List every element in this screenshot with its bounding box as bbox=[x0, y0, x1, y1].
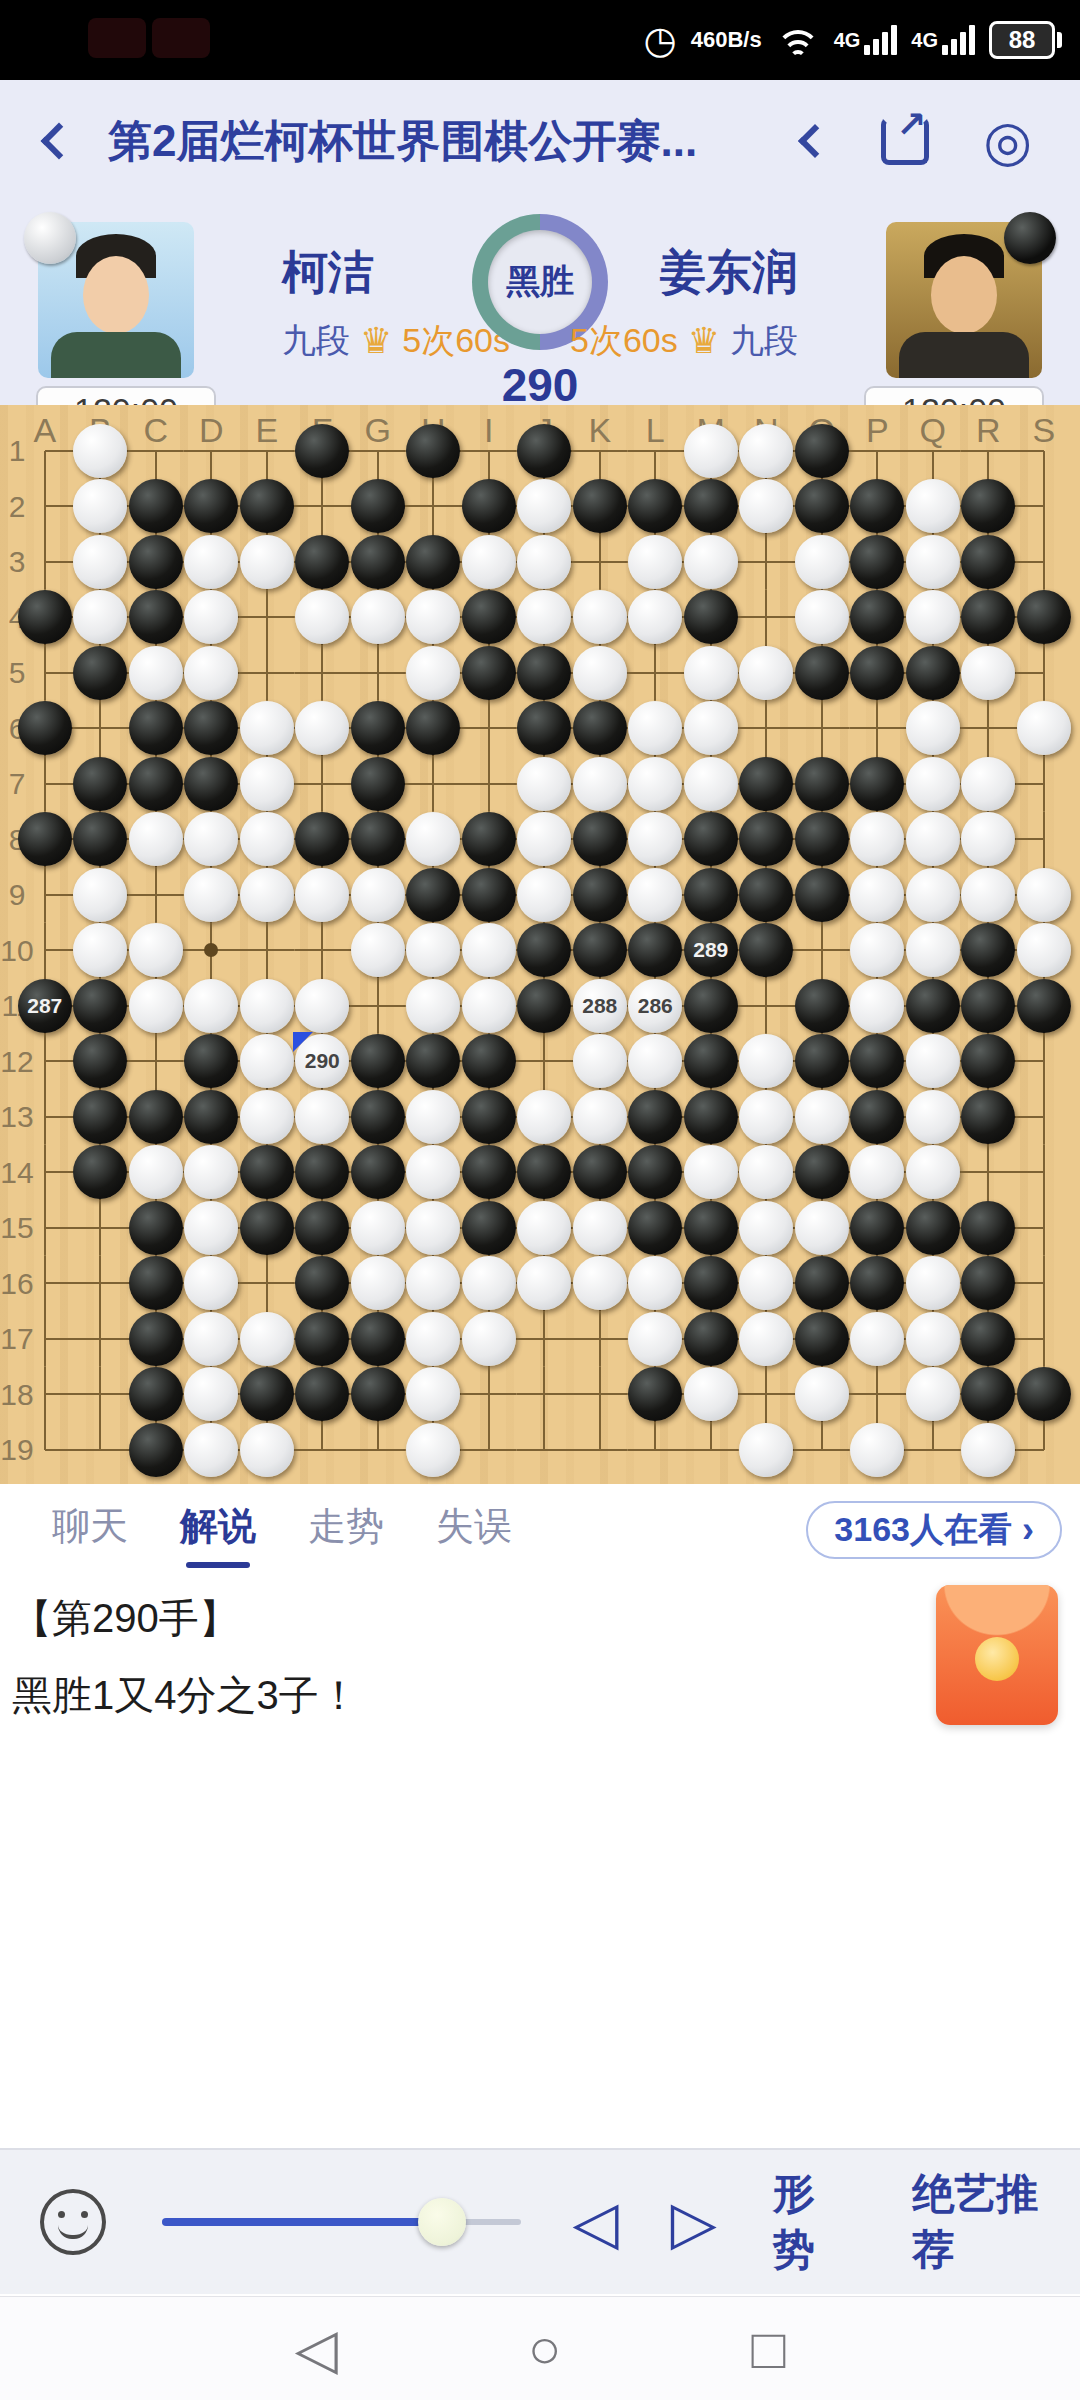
board-cell-B3[interactable] bbox=[73, 534, 129, 590]
board-cell-E7[interactable] bbox=[239, 756, 295, 812]
board-cell-J15[interactable] bbox=[517, 1200, 573, 1256]
board-cell-F9[interactable] bbox=[295, 867, 351, 923]
board-cell-J13[interactable] bbox=[517, 1089, 573, 1145]
board-cell-C18[interactable] bbox=[128, 1367, 184, 1423]
board-cell-E1[interactable] bbox=[239, 423, 295, 479]
ai-recommend-button[interactable]: 绝艺推荐 bbox=[913, 2166, 1080, 2278]
board-cell-S2[interactable] bbox=[1016, 479, 1072, 535]
board-cell-A8[interactable] bbox=[17, 812, 73, 868]
board-cell-B5[interactable] bbox=[73, 645, 129, 701]
board-cell-K10[interactable] bbox=[572, 923, 628, 979]
board-cell-G4[interactable] bbox=[350, 590, 406, 646]
board-cell-B19[interactable] bbox=[73, 1422, 129, 1478]
board-cell-D16[interactable] bbox=[184, 1256, 240, 1312]
board-cell-O9[interactable] bbox=[794, 867, 850, 923]
board-cell-E6[interactable] bbox=[239, 701, 295, 757]
board-cell-G5[interactable] bbox=[350, 645, 406, 701]
board-cell-Q2[interactable] bbox=[905, 479, 961, 535]
board-cell-I15[interactable] bbox=[461, 1200, 517, 1256]
board-cell-N13[interactable] bbox=[739, 1089, 795, 1145]
board-cell-N6[interactable] bbox=[739, 701, 795, 757]
board-cell-Q10[interactable] bbox=[905, 923, 961, 979]
board-cell-L9[interactable] bbox=[628, 867, 684, 923]
board-cell-K16[interactable] bbox=[572, 1256, 628, 1312]
board-cell-D17[interactable] bbox=[184, 1311, 240, 1367]
board-cell-A2[interactable] bbox=[17, 479, 73, 535]
board-cell-Q18[interactable] bbox=[905, 1367, 961, 1423]
board-cell-I6[interactable] bbox=[461, 701, 517, 757]
board-cell-G3[interactable] bbox=[350, 534, 406, 590]
board-cell-C7[interactable] bbox=[128, 756, 184, 812]
board-cell-S15[interactable] bbox=[1016, 1200, 1072, 1256]
board-cell-J8[interactable] bbox=[517, 812, 573, 868]
board-cell-A18[interactable] bbox=[17, 1367, 73, 1423]
board-cell-N2[interactable] bbox=[739, 479, 795, 535]
board-cell-H1[interactable] bbox=[406, 423, 462, 479]
board-cell-E4[interactable] bbox=[239, 590, 295, 646]
board-cell-G10[interactable] bbox=[350, 923, 406, 979]
board-cell-K18[interactable] bbox=[572, 1367, 628, 1423]
board-cell-O18[interactable] bbox=[794, 1367, 850, 1423]
board-cell-D13[interactable] bbox=[184, 1089, 240, 1145]
board-cell-B18[interactable] bbox=[73, 1367, 129, 1423]
nav-home-button[interactable]: ○ bbox=[528, 2316, 562, 2381]
board-cell-M14[interactable] bbox=[683, 1145, 739, 1201]
board-cell-S16[interactable] bbox=[1016, 1256, 1072, 1312]
board-cell-I11[interactable] bbox=[461, 978, 517, 1034]
board-cell-G7[interactable] bbox=[350, 756, 406, 812]
board-cell-E12[interactable] bbox=[239, 1034, 295, 1090]
board-cell-I9[interactable] bbox=[461, 867, 517, 923]
board-cell-O14[interactable] bbox=[794, 1145, 850, 1201]
board-cell-K6[interactable] bbox=[572, 701, 628, 757]
board-cell-I19[interactable] bbox=[461, 1422, 517, 1478]
board-cell-F6[interactable] bbox=[295, 701, 351, 757]
board-cell-B17[interactable] bbox=[73, 1311, 129, 1367]
nav-back-button[interactable]: ◁ bbox=[295, 2316, 338, 2381]
board-cell-A1[interactable] bbox=[17, 423, 73, 479]
board-cell-L7[interactable] bbox=[628, 756, 684, 812]
tab-trend[interactable]: 走势 bbox=[308, 1501, 384, 1560]
board-cell-M8[interactable] bbox=[683, 812, 739, 868]
board-cell-P14[interactable] bbox=[850, 1145, 906, 1201]
board-cell-E19[interactable] bbox=[239, 1422, 295, 1478]
board-cell-M12[interactable] bbox=[683, 1034, 739, 1090]
board-cell-A14[interactable] bbox=[17, 1145, 73, 1201]
board-cell-O4[interactable] bbox=[794, 590, 850, 646]
board-cell-M6[interactable] bbox=[683, 701, 739, 757]
board-cell-K3[interactable] bbox=[572, 534, 628, 590]
board-cell-G18[interactable] bbox=[350, 1367, 406, 1423]
board-cell-F3[interactable] bbox=[295, 534, 351, 590]
board-cell-E15[interactable] bbox=[239, 1200, 295, 1256]
board-cell-I14[interactable] bbox=[461, 1145, 517, 1201]
board-cell-C5[interactable] bbox=[128, 645, 184, 701]
tab-mistakes[interactable]: 失误 bbox=[436, 1501, 512, 1560]
board-cell-P19[interactable] bbox=[850, 1422, 906, 1478]
board-cell-Q3[interactable] bbox=[905, 534, 961, 590]
board-cell-M17[interactable] bbox=[683, 1311, 739, 1367]
board-cell-F14[interactable] bbox=[295, 1145, 351, 1201]
board-cell-H18[interactable] bbox=[406, 1367, 462, 1423]
board-cell-L14[interactable] bbox=[628, 1145, 684, 1201]
board-cell-E9[interactable] bbox=[239, 867, 295, 923]
board-cell-K8[interactable] bbox=[572, 812, 628, 868]
board-cell-Q11[interactable] bbox=[905, 978, 961, 1034]
board-cell-C11[interactable] bbox=[128, 978, 184, 1034]
board-cell-J5[interactable] bbox=[517, 645, 573, 701]
board-cell-L5[interactable] bbox=[628, 645, 684, 701]
board-cell-R11[interactable] bbox=[961, 978, 1017, 1034]
board-cell-Q12[interactable] bbox=[905, 1034, 961, 1090]
board-cell-H3[interactable] bbox=[406, 534, 462, 590]
board-cell-D9[interactable] bbox=[184, 867, 240, 923]
board-cell-R15[interactable] bbox=[961, 1200, 1017, 1256]
board-cell-K15[interactable] bbox=[572, 1200, 628, 1256]
board-cell-J14[interactable] bbox=[517, 1145, 573, 1201]
board-cell-J1[interactable] bbox=[517, 423, 573, 479]
board-cell-H9[interactable] bbox=[406, 867, 462, 923]
board-cell-Q13[interactable] bbox=[905, 1089, 961, 1145]
board-cell-N8[interactable] bbox=[739, 812, 795, 868]
board-cell-K12[interactable] bbox=[572, 1034, 628, 1090]
board-cell-K13[interactable] bbox=[572, 1089, 628, 1145]
board-cell-I7[interactable] bbox=[461, 756, 517, 812]
board-cell-L4[interactable] bbox=[628, 590, 684, 646]
board-cell-F15[interactable] bbox=[295, 1200, 351, 1256]
board-cell-G19[interactable] bbox=[350, 1422, 406, 1478]
board-cell-A13[interactable] bbox=[17, 1089, 73, 1145]
board-cell-H10[interactable] bbox=[406, 923, 462, 979]
slider-knob[interactable] bbox=[418, 2198, 466, 2246]
board-cell-O10[interactable] bbox=[794, 923, 850, 979]
board-cell-C4[interactable] bbox=[128, 590, 184, 646]
board-cell-N15[interactable] bbox=[739, 1200, 795, 1256]
board-cell-I8[interactable] bbox=[461, 812, 517, 868]
board-cell-S1[interactable] bbox=[1016, 423, 1072, 479]
board-cell-G14[interactable] bbox=[350, 1145, 406, 1201]
board-cell-R5[interactable] bbox=[961, 645, 1017, 701]
board-cell-O15[interactable] bbox=[794, 1200, 850, 1256]
board-cell-D1[interactable] bbox=[184, 423, 240, 479]
board-cell-R19[interactable] bbox=[961, 1422, 1017, 1478]
board-cell-O8[interactable] bbox=[794, 812, 850, 868]
board-cell-P7[interactable] bbox=[850, 756, 906, 812]
board-cell-A19[interactable] bbox=[17, 1422, 73, 1478]
board-cell-N14[interactable] bbox=[739, 1145, 795, 1201]
board-cell-O2[interactable] bbox=[794, 479, 850, 535]
board-cell-L15[interactable] bbox=[628, 1200, 684, 1256]
board-cell-H12[interactable] bbox=[406, 1034, 462, 1090]
board-cell-L17[interactable] bbox=[628, 1311, 684, 1367]
board-cell-P10[interactable] bbox=[850, 923, 906, 979]
board-cell-A7[interactable] bbox=[17, 756, 73, 812]
board-cell-I17[interactable] bbox=[461, 1311, 517, 1367]
board-cell-S18[interactable] bbox=[1016, 1367, 1072, 1423]
board-cell-J10[interactable] bbox=[517, 923, 573, 979]
board-cell-E5[interactable] bbox=[239, 645, 295, 701]
board-cell-S10[interactable] bbox=[1016, 923, 1072, 979]
board-cell-Q14[interactable] bbox=[905, 1145, 961, 1201]
board-cell-M1[interactable] bbox=[683, 423, 739, 479]
board-cell-I5[interactable] bbox=[461, 645, 517, 701]
board-cell-M19[interactable] bbox=[683, 1422, 739, 1478]
board-cell-K19[interactable] bbox=[572, 1422, 628, 1478]
board-cell-O1[interactable] bbox=[794, 423, 850, 479]
board-cell-N16[interactable] bbox=[739, 1256, 795, 1312]
board-cell-F4[interactable] bbox=[295, 590, 351, 646]
board-cell-Q4[interactable] bbox=[905, 590, 961, 646]
board-cell-B8[interactable] bbox=[73, 812, 129, 868]
board-cell-N3[interactable] bbox=[739, 534, 795, 590]
tab-chat[interactable]: 聊天 bbox=[52, 1501, 128, 1560]
board-cell-C19[interactable] bbox=[128, 1422, 184, 1478]
board-cell-F16[interactable] bbox=[295, 1256, 351, 1312]
move-slider[interactable] bbox=[162, 2199, 521, 2245]
board-cell-L13[interactable] bbox=[628, 1089, 684, 1145]
board-cell-G2[interactable] bbox=[350, 479, 406, 535]
situation-button[interactable]: 形势 bbox=[773, 2166, 857, 2278]
board-cell-Q7[interactable] bbox=[905, 756, 961, 812]
board-cell-E11[interactable] bbox=[239, 978, 295, 1034]
board-cell-M7[interactable] bbox=[683, 756, 739, 812]
board-cell-Q9[interactable] bbox=[905, 867, 961, 923]
board-cell-A6[interactable] bbox=[17, 701, 73, 757]
board-cell-D2[interactable] bbox=[184, 479, 240, 535]
board-cell-C15[interactable] bbox=[128, 1200, 184, 1256]
next-move-button[interactable]: ▷ bbox=[671, 2187, 717, 2257]
board-cell-L8[interactable] bbox=[628, 812, 684, 868]
board-cell-O17[interactable] bbox=[794, 1311, 850, 1367]
emoji-icon[interactable] bbox=[40, 2189, 106, 2255]
board-cell-F2[interactable] bbox=[295, 479, 351, 535]
board-cell-R9[interactable] bbox=[961, 867, 1017, 923]
board-cell-N7[interactable] bbox=[739, 756, 795, 812]
board-cell-P13[interactable] bbox=[850, 1089, 906, 1145]
board-cell-M3[interactable] bbox=[683, 534, 739, 590]
board-cell-B1[interactable] bbox=[73, 423, 129, 479]
viewers-pill[interactable]: 3163人在看› bbox=[806, 1501, 1062, 1559]
board-cell-O3[interactable] bbox=[794, 534, 850, 590]
board-cell-S7[interactable] bbox=[1016, 756, 1072, 812]
board-cell-P8[interactable] bbox=[850, 812, 906, 868]
board-cell-B7[interactable] bbox=[73, 756, 129, 812]
board-cell-G16[interactable] bbox=[350, 1256, 406, 1312]
board-cell-R6[interactable] bbox=[961, 701, 1017, 757]
board-cell-B10[interactable] bbox=[73, 923, 129, 979]
board-cell-E2[interactable] bbox=[239, 479, 295, 535]
board-cell-G9[interactable] bbox=[350, 867, 406, 923]
board-cell-K11[interactable]: 288 bbox=[572, 978, 628, 1034]
board-cell-A11[interactable]: 287 bbox=[17, 978, 73, 1034]
board-cell-A3[interactable] bbox=[17, 534, 73, 590]
board-cell-H16[interactable] bbox=[406, 1256, 462, 1312]
board-cell-S14[interactable] bbox=[1016, 1145, 1072, 1201]
board-cell-G17[interactable] bbox=[350, 1311, 406, 1367]
board-cell-P2[interactable] bbox=[850, 479, 906, 535]
board-cell-S11[interactable] bbox=[1016, 978, 1072, 1034]
board-cell-F7[interactable] bbox=[295, 756, 351, 812]
board-cell-P17[interactable] bbox=[850, 1311, 906, 1367]
board-cell-E8[interactable] bbox=[239, 812, 295, 868]
board-cell-S17[interactable] bbox=[1016, 1311, 1072, 1367]
board-cell-N10[interactable] bbox=[739, 923, 795, 979]
board-cell-G12[interactable] bbox=[350, 1034, 406, 1090]
board-cell-R7[interactable] bbox=[961, 756, 1017, 812]
board-cell-G15[interactable] bbox=[350, 1200, 406, 1256]
board-cell-R4[interactable] bbox=[961, 590, 1017, 646]
red-envelope-icon[interactable] bbox=[936, 1585, 1058, 1725]
board-cell-I2[interactable] bbox=[461, 479, 517, 535]
board-cell-B15[interactable] bbox=[73, 1200, 129, 1256]
board-cell-Q1[interactable] bbox=[905, 423, 961, 479]
board-cell-P9[interactable] bbox=[850, 867, 906, 923]
board-cell-Q8[interactable] bbox=[905, 812, 961, 868]
board-cell-S12[interactable] bbox=[1016, 1034, 1072, 1090]
board-cell-E13[interactable] bbox=[239, 1089, 295, 1145]
board-cell-R3[interactable] bbox=[961, 534, 1017, 590]
board-cell-J17[interactable] bbox=[517, 1311, 573, 1367]
board-cell-N11[interactable] bbox=[739, 978, 795, 1034]
board-cell-S5[interactable] bbox=[1016, 645, 1072, 701]
board-cell-J18[interactable] bbox=[517, 1367, 573, 1423]
board-cell-J16[interactable] bbox=[517, 1256, 573, 1312]
board-cell-F13[interactable] bbox=[295, 1089, 351, 1145]
board-cell-M16[interactable] bbox=[683, 1256, 739, 1312]
board-cell-K7[interactable] bbox=[572, 756, 628, 812]
board-cell-D8[interactable] bbox=[184, 812, 240, 868]
board-cell-G11[interactable] bbox=[350, 978, 406, 1034]
board-cell-S4[interactable] bbox=[1016, 590, 1072, 646]
board-cell-N19[interactable] bbox=[739, 1422, 795, 1478]
board-cell-C2[interactable] bbox=[128, 479, 184, 535]
board-cell-H11[interactable] bbox=[406, 978, 462, 1034]
board-cell-C6[interactable] bbox=[128, 701, 184, 757]
board-cell-R8[interactable] bbox=[961, 812, 1017, 868]
board-cell-J3[interactable] bbox=[517, 534, 573, 590]
board-cell-A10[interactable] bbox=[17, 923, 73, 979]
board-cell-C13[interactable] bbox=[128, 1089, 184, 1145]
board-cell-M11[interactable] bbox=[683, 978, 739, 1034]
share-icon[interactable]: ↗ bbox=[881, 117, 929, 165]
collapse-icon[interactable] bbox=[798, 124, 832, 158]
board-cell-J4[interactable] bbox=[517, 590, 573, 646]
back-icon[interactable] bbox=[41, 123, 78, 160]
board-cell-S8[interactable] bbox=[1016, 812, 1072, 868]
board-cell-J11[interactable] bbox=[517, 978, 573, 1034]
board-cell-P11[interactable] bbox=[850, 978, 906, 1034]
board-cell-H15[interactable] bbox=[406, 1200, 462, 1256]
board-cell-A5[interactable] bbox=[17, 645, 73, 701]
board-cell-H17[interactable] bbox=[406, 1311, 462, 1367]
board-cell-O13[interactable] bbox=[794, 1089, 850, 1145]
board-cell-F8[interactable] bbox=[295, 812, 351, 868]
board-cell-P5[interactable] bbox=[850, 645, 906, 701]
board-cell-C8[interactable] bbox=[128, 812, 184, 868]
board-cell-H5[interactable] bbox=[406, 645, 462, 701]
board-cell-N1[interactable] bbox=[739, 423, 795, 479]
board-cell-R13[interactable] bbox=[961, 1089, 1017, 1145]
board-cell-C9[interactable] bbox=[128, 867, 184, 923]
board-cell-S13[interactable] bbox=[1016, 1089, 1072, 1145]
board-cell-P1[interactable] bbox=[850, 423, 906, 479]
board-cell-H4[interactable] bbox=[406, 590, 462, 646]
tab-commentary[interactable]: 解说 bbox=[180, 1501, 256, 1560]
board-cell-F18[interactable] bbox=[295, 1367, 351, 1423]
record-icon[interactable]: ◎ bbox=[983, 113, 1032, 169]
board-cell-S19[interactable] bbox=[1016, 1422, 1072, 1478]
board-cell-B16[interactable] bbox=[73, 1256, 129, 1312]
board-cell-F17[interactable] bbox=[295, 1311, 351, 1367]
board-cell-K4[interactable] bbox=[572, 590, 628, 646]
board-cell-Q17[interactable] bbox=[905, 1311, 961, 1367]
board-cell-O12[interactable] bbox=[794, 1034, 850, 1090]
board-cell-P4[interactable] bbox=[850, 590, 906, 646]
board-cell-R2[interactable] bbox=[961, 479, 1017, 535]
board-cell-Q19[interactable] bbox=[905, 1422, 961, 1478]
board-cell-B9[interactable] bbox=[73, 867, 129, 923]
board-cell-B4[interactable] bbox=[73, 590, 129, 646]
board-cell-F5[interactable] bbox=[295, 645, 351, 701]
board-cell-D18[interactable] bbox=[184, 1367, 240, 1423]
board-cell-D10[interactable] bbox=[184, 923, 240, 979]
board-cell-D19[interactable] bbox=[184, 1422, 240, 1478]
board-cell-L18[interactable] bbox=[628, 1367, 684, 1423]
board-cell-D5[interactable] bbox=[184, 645, 240, 701]
board-cell-P3[interactable] bbox=[850, 534, 906, 590]
board-cell-L11[interactable]: 286 bbox=[628, 978, 684, 1034]
board-cell-K17[interactable] bbox=[572, 1311, 628, 1367]
board-cell-P6[interactable] bbox=[850, 701, 906, 757]
board-cell-E17[interactable] bbox=[239, 1311, 295, 1367]
board-cell-Q5[interactable] bbox=[905, 645, 961, 701]
board-cell-F19[interactable] bbox=[295, 1422, 351, 1478]
board-cell-G13[interactable] bbox=[350, 1089, 406, 1145]
board-cell-K5[interactable] bbox=[572, 645, 628, 701]
board-cell-G1[interactable] bbox=[350, 423, 406, 479]
board-cell-L3[interactable] bbox=[628, 534, 684, 590]
board-cell-O19[interactable] bbox=[794, 1422, 850, 1478]
board-cell-H6[interactable] bbox=[406, 701, 462, 757]
prev-move-button[interactable]: ◁ bbox=[573, 2187, 619, 2257]
board-cell-J6[interactable] bbox=[517, 701, 573, 757]
board-cell-O16[interactable] bbox=[794, 1256, 850, 1312]
board-cell-I12[interactable] bbox=[461, 1034, 517, 1090]
nav-recent-button[interactable]: □ bbox=[752, 2316, 786, 2381]
board-cell-O7[interactable] bbox=[794, 756, 850, 812]
board-cell-P16[interactable] bbox=[850, 1256, 906, 1312]
board-cell-M18[interactable] bbox=[683, 1367, 739, 1423]
board-cell-R10[interactable] bbox=[961, 923, 1017, 979]
board-cell-E10[interactable] bbox=[239, 923, 295, 979]
board-cell-R12[interactable] bbox=[961, 1034, 1017, 1090]
board-cell-M10[interactable]: 289 bbox=[683, 923, 739, 979]
board-cell-S9[interactable] bbox=[1016, 867, 1072, 923]
board-cell-L12[interactable] bbox=[628, 1034, 684, 1090]
board-cell-H7[interactable] bbox=[406, 756, 462, 812]
board-cell-A17[interactable] bbox=[17, 1311, 73, 1367]
board-cell-R1[interactable] bbox=[961, 423, 1017, 479]
board-cell-B6[interactable] bbox=[73, 701, 129, 757]
board-cell-R14[interactable] bbox=[961, 1145, 1017, 1201]
board-cell-B14[interactable] bbox=[73, 1145, 129, 1201]
board-cell-F10[interactable] bbox=[295, 923, 351, 979]
board-cell-M15[interactable] bbox=[683, 1200, 739, 1256]
board-cell-L16[interactable] bbox=[628, 1256, 684, 1312]
board-cell-J7[interactable] bbox=[517, 756, 573, 812]
board-cell-E3[interactable] bbox=[239, 534, 295, 590]
board-cell-D15[interactable] bbox=[184, 1200, 240, 1256]
